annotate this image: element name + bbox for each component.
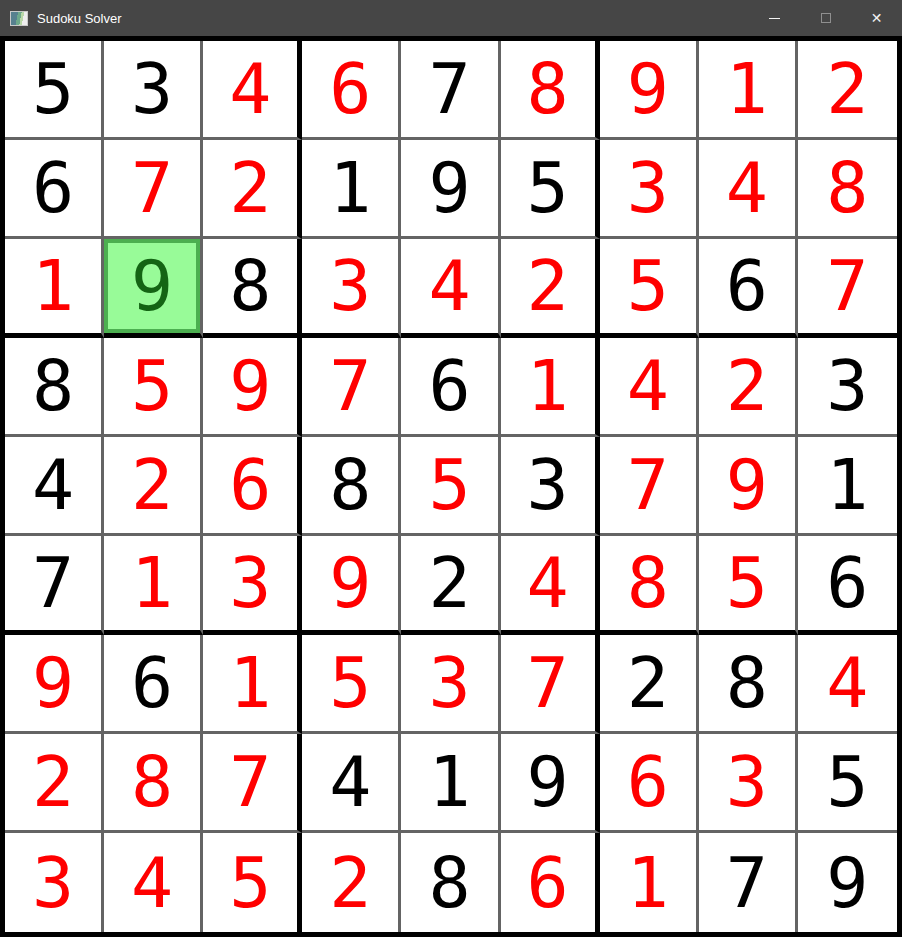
window-title: Sudoku Solver <box>37 11 122 26</box>
cell-r3c5[interactable]: 4 <box>401 239 500 338</box>
cell-r5c4[interactable]: 8 <box>302 437 401 536</box>
cell-r8c9[interactable]: 5 <box>798 734 897 833</box>
cell-r4c3[interactable]: 9 <box>203 338 302 437</box>
cell-r2c7[interactable]: 3 <box>600 140 699 239</box>
cell-r4c6[interactable]: 1 <box>501 338 600 437</box>
window-controls: ✕ <box>749 0 902 36</box>
cell-r3c7[interactable]: 5 <box>600 239 699 338</box>
cell-r6c8[interactable]: 5 <box>699 536 798 635</box>
titlebar: Sudoku Solver ✕ <box>0 0 902 36</box>
cell-r1c3[interactable]: 4 <box>203 41 302 140</box>
cell-r6c1[interactable]: 7 <box>5 536 104 635</box>
cell-r2c4[interactable]: 1 <box>302 140 401 239</box>
cell-r8c3[interactable]: 7 <box>203 734 302 833</box>
maximize-icon <box>821 13 831 23</box>
cell-r6c6[interactable]: 4 <box>501 536 600 635</box>
cell-r6c3[interactable]: 3 <box>203 536 302 635</box>
cell-r3c3[interactable]: 8 <box>203 239 302 338</box>
cell-r9c3[interactable]: 5 <box>203 833 302 932</box>
cell-r2c3[interactable]: 2 <box>203 140 302 239</box>
cell-r8c2[interactable]: 8 <box>104 734 203 833</box>
cell-r3c8[interactable]: 6 <box>699 239 798 338</box>
cell-r7c8[interactable]: 8 <box>699 635 798 734</box>
minimize-icon <box>769 18 780 19</box>
cell-r7c7[interactable]: 2 <box>600 635 699 734</box>
cell-r6c9[interactable]: 6 <box>798 536 897 635</box>
cell-r2c5[interactable]: 9 <box>401 140 500 239</box>
cell-r9c8[interactable]: 7 <box>699 833 798 932</box>
cell-r8c8[interactable]: 3 <box>699 734 798 833</box>
cell-r8c5[interactable]: 1 <box>401 734 500 833</box>
app-icon <box>10 11 28 26</box>
cell-r1c4[interactable]: 6 <box>302 41 401 140</box>
cell-r8c4[interactable]: 4 <box>302 734 401 833</box>
cell-r2c8[interactable]: 4 <box>699 140 798 239</box>
cell-r2c9[interactable]: 8 <box>798 140 897 239</box>
cell-r3c2[interactable]: 9 <box>104 239 203 338</box>
cell-r5c3[interactable]: 6 <box>203 437 302 536</box>
cell-r4c4[interactable]: 7 <box>302 338 401 437</box>
minimize-button[interactable] <box>749 0 800 36</box>
cell-r4c2[interactable]: 5 <box>104 338 203 437</box>
cell-r6c5[interactable]: 2 <box>401 536 500 635</box>
cell-r7c9[interactable]: 4 <box>798 635 897 734</box>
cell-r3c6[interactable]: 2 <box>501 239 600 338</box>
cell-r5c7[interactable]: 7 <box>600 437 699 536</box>
cell-r1c5[interactable]: 7 <box>401 41 500 140</box>
cell-r1c6[interactable]: 8 <box>501 41 600 140</box>
app-window: Sudoku Solver ✕ 534678912672195348198342… <box>0 0 902 937</box>
cell-r9c5[interactable]: 8 <box>401 833 500 932</box>
cell-r1c1[interactable]: 5 <box>5 41 104 140</box>
cell-r5c2[interactable]: 2 <box>104 437 203 536</box>
cell-r7c1[interactable]: 9 <box>5 635 104 734</box>
cell-r1c2[interactable]: 3 <box>104 41 203 140</box>
cell-r6c4[interactable]: 9 <box>302 536 401 635</box>
cell-r9c9[interactable]: 9 <box>798 833 897 932</box>
cell-r7c2[interactable]: 6 <box>104 635 203 734</box>
cell-r2c6[interactable]: 5 <box>501 140 600 239</box>
cell-r6c2[interactable]: 1 <box>104 536 203 635</box>
cell-r3c9[interactable]: 7 <box>798 239 897 338</box>
cell-r4c1[interactable]: 8 <box>5 338 104 437</box>
cell-r4c5[interactable]: 6 <box>401 338 500 437</box>
cell-r8c1[interactable]: 2 <box>5 734 104 833</box>
cell-r4c7[interactable]: 4 <box>600 338 699 437</box>
cell-r8c7[interactable]: 6 <box>600 734 699 833</box>
cell-r7c5[interactable]: 3 <box>401 635 500 734</box>
cell-r4c9[interactable]: 3 <box>798 338 897 437</box>
sudoku-board: 5346789126721953481983425678597614234268… <box>0 36 902 937</box>
cell-r7c4[interactable]: 5 <box>302 635 401 734</box>
maximize-button[interactable] <box>800 0 851 36</box>
cell-r3c1[interactable]: 1 <box>5 239 104 338</box>
cell-r5c8[interactable]: 9 <box>699 437 798 536</box>
cell-r9c7[interactable]: 1 <box>600 833 699 932</box>
cell-r7c3[interactable]: 1 <box>203 635 302 734</box>
cell-r9c6[interactable]: 6 <box>501 833 600 932</box>
cell-r2c2[interactable]: 7 <box>104 140 203 239</box>
cell-r9c2[interactable]: 4 <box>104 833 203 932</box>
cell-r8c6[interactable]: 9 <box>501 734 600 833</box>
cell-r1c7[interactable]: 9 <box>600 41 699 140</box>
cell-r2c1[interactable]: 6 <box>5 140 104 239</box>
cell-r5c9[interactable]: 1 <box>798 437 897 536</box>
cell-r3c4[interactable]: 3 <box>302 239 401 338</box>
cell-r4c8[interactable]: 2 <box>699 338 798 437</box>
cell-r9c1[interactable]: 3 <box>5 833 104 932</box>
cell-r9c4[interactable]: 2 <box>302 833 401 932</box>
cell-r1c9[interactable]: 2 <box>798 41 897 140</box>
cell-r5c1[interactable]: 4 <box>5 437 104 536</box>
cell-r6c7[interactable]: 8 <box>600 536 699 635</box>
cell-r1c8[interactable]: 1 <box>699 41 798 140</box>
close-icon: ✕ <box>871 11 883 25</box>
close-button[interactable]: ✕ <box>851 0 902 36</box>
cell-r7c6[interactable]: 7 <box>501 635 600 734</box>
cell-r5c6[interactable]: 3 <box>501 437 600 536</box>
cell-r5c5[interactable]: 5 <box>401 437 500 536</box>
